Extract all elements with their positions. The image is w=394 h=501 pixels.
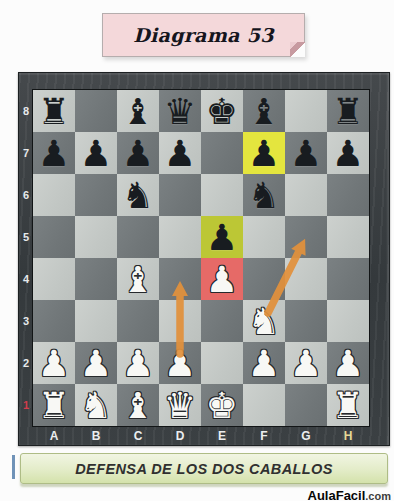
- square-h8: ♜: [327, 90, 369, 132]
- file-label-c: C: [117, 428, 159, 446]
- square-h3: [327, 300, 369, 342]
- piece-black-pawn: ♟: [285, 132, 327, 174]
- square-f5: [243, 216, 285, 258]
- square-a2: ♟: [33, 342, 75, 384]
- piece-black-pawn: ♟: [33, 132, 75, 174]
- square-c3: [117, 300, 159, 342]
- diagram-title: Diagrama 53: [133, 24, 273, 46]
- square-g1: [285, 384, 327, 426]
- rank-label-5: 5: [19, 216, 33, 258]
- square-f3: ♞: [243, 300, 285, 342]
- square-c2: ♟: [117, 342, 159, 384]
- square-h1: ♜: [327, 384, 369, 426]
- square-g6: [285, 174, 327, 216]
- square-e5: ♟: [201, 216, 243, 258]
- square-h2: ♟: [327, 342, 369, 384]
- piece-white-rook: ♜: [33, 384, 75, 426]
- square-b7: ♟: [75, 132, 117, 174]
- square-c8: ♝: [117, 90, 159, 132]
- square-d2: ♟: [159, 342, 201, 384]
- square-d7: ♟: [159, 132, 201, 174]
- piece-white-pawn: ♟: [117, 342, 159, 384]
- watermark: AulaFacil.com: [308, 486, 391, 501]
- square-c1: ♝: [117, 384, 159, 426]
- square-h7: ♟: [327, 132, 369, 174]
- square-f8: ♝: [243, 90, 285, 132]
- square-a4: [33, 258, 75, 300]
- piece-white-bishop: ♝: [117, 384, 159, 426]
- piece-white-rook: ♜: [327, 384, 369, 426]
- square-d5: [159, 216, 201, 258]
- square-e3: [201, 300, 243, 342]
- piece-black-pawn: ♟: [117, 132, 159, 174]
- square-f1: [243, 384, 285, 426]
- square-d6: [159, 174, 201, 216]
- square-d3: [159, 300, 201, 342]
- square-h5: [327, 216, 369, 258]
- piece-black-pawn: ♟: [243, 132, 285, 174]
- rank-label-3: 3: [19, 300, 33, 342]
- chess-board: ♜♝♛♚♝♜♟♟♟♟♟♟♟♞♞♟♝♟♞♟♟♟♟♟♟♟♜♞♝♛♚♜: [33, 90, 369, 426]
- square-e7: [201, 132, 243, 174]
- square-e1: ♚: [201, 384, 243, 426]
- piece-white-queen: ♛: [159, 384, 201, 426]
- square-f4: [243, 258, 285, 300]
- piece-white-pawn: ♟: [159, 342, 201, 384]
- piece-black-pawn: ♟: [75, 132, 117, 174]
- square-h4: [327, 258, 369, 300]
- piece-white-bishop: ♝: [117, 258, 159, 300]
- square-a5: [33, 216, 75, 258]
- square-d4: [159, 258, 201, 300]
- piece-black-rook: ♜: [33, 90, 75, 132]
- piece-black-knight: ♞: [243, 174, 285, 216]
- piece-white-king: ♚: [201, 384, 243, 426]
- file-label-e: E: [201, 428, 243, 446]
- piece-white-pawn: ♟: [33, 342, 75, 384]
- square-g4: [285, 258, 327, 300]
- square-b8: [75, 90, 117, 132]
- square-g8: [285, 90, 327, 132]
- square-a1: ♜: [33, 384, 75, 426]
- square-g3: [285, 300, 327, 342]
- piece-black-knight: ♞: [117, 174, 159, 216]
- piece-white-pawn: ♟: [327, 342, 369, 384]
- blue-tick-mark: [12, 455, 15, 479]
- file-label-b: B: [75, 428, 117, 446]
- file-label-a: A: [33, 428, 75, 446]
- square-g7: ♟: [285, 132, 327, 174]
- square-a8: ♜: [33, 90, 75, 132]
- square-f7: ♟: [243, 132, 285, 174]
- piece-white-pawn: ♟: [285, 342, 327, 384]
- square-a7: ♟: [33, 132, 75, 174]
- square-c6: ♞: [117, 174, 159, 216]
- rank-label-7: 7: [19, 132, 33, 174]
- square-e2: [201, 342, 243, 384]
- square-b2: ♟: [75, 342, 117, 384]
- file-label-h: H: [327, 428, 369, 446]
- piece-black-queen: ♛: [159, 90, 201, 132]
- rank-label-8: 8: [19, 90, 33, 132]
- watermark-suffix: .com: [365, 490, 391, 501]
- square-e4: ♟: [201, 258, 243, 300]
- folded-corner: [290, 42, 305, 57]
- square-b4: [75, 258, 117, 300]
- piece-white-knight: ♞: [75, 384, 117, 426]
- square-a6: [33, 174, 75, 216]
- square-d1: ♛: [159, 384, 201, 426]
- square-b1: ♞: [75, 384, 117, 426]
- square-c5: [117, 216, 159, 258]
- piece-black-pawn: ♟: [201, 216, 243, 258]
- piece-white-pawn: ♟: [75, 342, 117, 384]
- piece-white-knight: ♞: [243, 300, 285, 342]
- square-f2: ♟: [243, 342, 285, 384]
- piece-black-rook: ♜: [327, 90, 369, 132]
- piece-white-pawn: ♟: [201, 258, 243, 300]
- diagram-title-box: Diagrama 53: [102, 13, 305, 57]
- piece-black-bishop: ♝: [117, 90, 159, 132]
- square-c7: ♟: [117, 132, 159, 174]
- square-b5: [75, 216, 117, 258]
- square-d8: ♛: [159, 90, 201, 132]
- square-g5: [285, 216, 327, 258]
- piece-black-pawn: ♟: [327, 132, 369, 174]
- caption-banner: DEFENSA DE LOS DOS CABALLOS: [20, 453, 388, 484]
- square-e8: ♚: [201, 90, 243, 132]
- rank-label-2: 2: [19, 342, 33, 384]
- square-b3: [75, 300, 117, 342]
- rank-label-4: 4: [19, 258, 33, 300]
- square-f6: ♞: [243, 174, 285, 216]
- opening-name: DEFENSA DE LOS DOS CABALLOS: [75, 461, 333, 477]
- square-c4: ♝: [117, 258, 159, 300]
- file-label-g: G: [285, 428, 327, 446]
- rank-label-6: 6: [19, 174, 33, 216]
- file-label-d: D: [159, 428, 201, 446]
- square-h6: [327, 174, 369, 216]
- rank-label-1: 1: [19, 384, 33, 426]
- square-g2: ♟: [285, 342, 327, 384]
- piece-white-pawn: ♟: [243, 342, 285, 384]
- piece-black-bishop: ♝: [243, 90, 285, 132]
- watermark-brand: AulaFacil: [308, 488, 366, 501]
- square-e6: [201, 174, 243, 216]
- chess-board-frame: ♜♝♛♚♝♜♟♟♟♟♟♟♟♞♞♟♝♟♞♟♟♟♟♟♟♟♜♞♝♛♚♜ 8765432…: [18, 72, 390, 446]
- square-a3: [33, 300, 75, 342]
- square-b6: [75, 174, 117, 216]
- file-label-f: F: [243, 428, 285, 446]
- piece-black-king: ♚: [201, 90, 243, 132]
- piece-black-pawn: ♟: [159, 132, 201, 174]
